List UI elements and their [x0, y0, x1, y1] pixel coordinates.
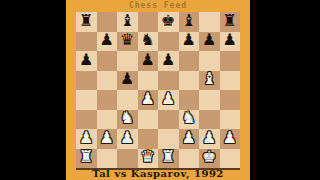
- white-pawn: ♟: [141, 91, 155, 107]
- square-a3: [76, 110, 97, 130]
- square-a7: [76, 32, 97, 52]
- square-a8: ♜: [76, 12, 97, 32]
- black-bishop: ♝: [182, 13, 196, 29]
- square-e4: ♟: [158, 90, 179, 110]
- square-d2: [138, 129, 159, 149]
- square-g6: [199, 51, 220, 71]
- black-pawn: ♟: [141, 52, 155, 68]
- square-g5: ♝: [199, 71, 220, 91]
- square-h4: [220, 90, 241, 110]
- square-e2: [158, 129, 179, 149]
- square-g3: [199, 110, 220, 130]
- square-e6: ♟: [158, 51, 179, 71]
- white-knight: ♞: [120, 110, 134, 126]
- square-b7: ♟: [97, 32, 118, 52]
- square-f2: ♟: [179, 129, 200, 149]
- square-d5: [138, 71, 159, 91]
- square-g8: [199, 12, 220, 32]
- square-f4: [179, 90, 200, 110]
- square-b4: [97, 90, 118, 110]
- black-pawn: ♟: [202, 32, 216, 48]
- white-king: ♚: [202, 149, 216, 165]
- square-b3: [97, 110, 118, 130]
- square-c5: ♟: [117, 71, 138, 91]
- square-e8: ♚: [158, 12, 179, 32]
- black-knight: ♞: [141, 32, 155, 48]
- square-g7: ♟: [199, 32, 220, 52]
- white-pawn: ♟: [202, 130, 216, 146]
- square-c8: ♝: [117, 12, 138, 32]
- black-queen: ♛: [120, 32, 134, 48]
- square-e3: [158, 110, 179, 130]
- black-pawn: ♟: [100, 32, 114, 48]
- square-c4: [117, 90, 138, 110]
- white-pawn: ♟: [79, 130, 93, 146]
- square-c3: ♞: [117, 110, 138, 130]
- square-a5: [76, 71, 97, 91]
- square-b6: [97, 51, 118, 71]
- square-f8: ♝: [179, 12, 200, 32]
- square-f3: ♞: [179, 110, 200, 130]
- square-h3: [220, 110, 241, 130]
- square-a4: [76, 90, 97, 110]
- square-c1: [117, 149, 138, 169]
- square-e1: ♜: [158, 149, 179, 169]
- square-f5: [179, 71, 200, 91]
- square-e5: [158, 71, 179, 91]
- square-g2: ♟: [199, 129, 220, 149]
- black-pawn: ♟: [161, 52, 175, 68]
- white-knight: ♞: [182, 110, 196, 126]
- square-c7: ♛: [117, 32, 138, 52]
- square-b8: [97, 12, 118, 32]
- white-pawn: ♟: [120, 130, 134, 146]
- square-d8: [138, 12, 159, 32]
- square-f7: ♟: [179, 32, 200, 52]
- square-f6: [179, 51, 200, 71]
- square-a1: ♜: [76, 149, 97, 169]
- square-d3: [138, 110, 159, 130]
- square-h1: [220, 149, 241, 169]
- white-bishop: ♝: [202, 71, 216, 87]
- square-d6: ♟: [138, 51, 159, 71]
- white-rook: ♜: [79, 149, 93, 165]
- video-frame: Chess Feed ♜♝♚♝♜♟♛♞♟♟♟♟♟♟♟♝♟♟♞♞♟♟♟♟♟♟♜♛♜…: [0, 0, 320, 180]
- square-d7: ♞: [138, 32, 159, 52]
- square-e7: [158, 32, 179, 52]
- square-h7: ♟: [220, 32, 241, 52]
- square-h8: ♜: [220, 12, 241, 32]
- square-a6: ♟: [76, 51, 97, 71]
- white-rook: ♜: [161, 149, 175, 165]
- white-pawn: ♟: [182, 130, 196, 146]
- white-pawn: ♟: [100, 130, 114, 146]
- square-d4: ♟: [138, 90, 159, 110]
- square-b1: [97, 149, 118, 169]
- white-queen: ♛: [141, 149, 155, 165]
- game-caption: Tal vs Kasparov, 1992: [66, 168, 250, 179]
- square-a2: ♟: [76, 129, 97, 149]
- black-pawn: ♟: [120, 71, 134, 87]
- black-rook: ♜: [79, 13, 93, 29]
- square-c2: ♟: [117, 129, 138, 149]
- black-pawn: ♟: [182, 32, 196, 48]
- black-bishop: ♝: [120, 13, 134, 29]
- square-b5: [97, 71, 118, 91]
- square-g4: [199, 90, 220, 110]
- square-d1: ♛: [138, 149, 159, 169]
- chess-panel: Chess Feed ♜♝♚♝♜♟♛♞♟♟♟♟♟♟♟♝♟♟♞♞♟♟♟♟♟♟♜♛♜…: [66, 0, 250, 180]
- black-pawn: ♟: [79, 52, 93, 68]
- white-pawn: ♟: [161, 91, 175, 107]
- chess-board: ♜♝♚♝♜♟♛♞♟♟♟♟♟♟♟♝♟♟♞♞♟♟♟♟♟♟♜♛♜♚: [76, 12, 240, 170]
- square-h2: ♟: [220, 129, 241, 149]
- square-f1: [179, 149, 200, 169]
- square-c6: [117, 51, 138, 71]
- pillarbox-left: [0, 0, 66, 180]
- black-king: ♚: [161, 13, 175, 29]
- square-h6: [220, 51, 241, 71]
- feed-title: Chess Feed: [66, 1, 250, 10]
- square-b2: ♟: [97, 129, 118, 149]
- square-h5: [220, 71, 241, 91]
- square-g1: ♚: [199, 149, 220, 169]
- pillarbox-right: [250, 0, 320, 180]
- black-rook: ♜: [223, 13, 237, 29]
- black-pawn: ♟: [223, 32, 237, 48]
- white-pawn: ♟: [223, 130, 237, 146]
